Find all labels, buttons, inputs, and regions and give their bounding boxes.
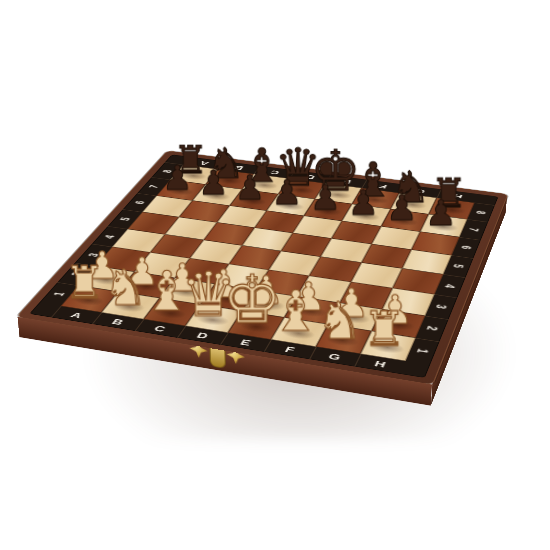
- piece-white-rook-h1[interactable]: ♜: [364, 306, 406, 353]
- piece-black-pawn-a7[interactable]: ♟: [162, 162, 192, 195]
- photo-canvas: ABCDEFGH ABCDEFGH 87654321 87654321 ♜♞♝♛…: [0, 0, 550, 550]
- piece-white-rook-a1[interactable]: ♜: [64, 261, 104, 306]
- piece-black-pawn-b7[interactable]: ♟: [198, 166, 228, 200]
- clasp-left-plate: [189, 340, 207, 359]
- piece-white-bishop-f1[interactable]: ♝: [271, 283, 321, 339]
- clasp-right-plate: [226, 346, 244, 365]
- piece-black-pawn-g7[interactable]: ♟: [386, 191, 417, 226]
- piece-black-pawn-f7[interactable]: ♟: [348, 186, 379, 221]
- piece-white-knight-g1[interactable]: ♞: [317, 295, 363, 346]
- board-grid: ♜♞♝♛♚♝♞♜♟♟♟♟♟♟♟♟♟♟♟♟♟♟♟♟♜♞♝♛♚♝♞♜: [61, 165, 475, 361]
- piece-black-pawn-h7[interactable]: ♟: [425, 196, 456, 231]
- piece-black-pawn-c7[interactable]: ♟: [235, 171, 265, 205]
- piece-black-pawn-d7[interactable]: ♟: [272, 176, 303, 210]
- clasp-hasp: [209, 341, 225, 368]
- square-h5[interactable]: [402, 249, 452, 274]
- piece-white-knight-b1[interactable]: ♞: [103, 262, 147, 312]
- piece-black-pawn-e7[interactable]: ♟: [310, 181, 341, 215]
